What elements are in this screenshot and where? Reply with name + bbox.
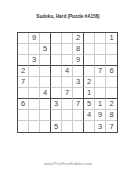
- cell-r5c5: [62, 77, 73, 88]
- cell-r5c9: [106, 77, 117, 88]
- cell-r5c7: 2: [84, 77, 95, 88]
- footer-url: www.PrintFreeSudoku.com: [0, 161, 136, 166]
- cell-r8c4: [51, 110, 62, 121]
- cell-r8c1: [18, 110, 29, 121]
- cell-r1c4: [51, 33, 62, 44]
- cell-r7c7: 5: [84, 99, 95, 110]
- cell-r9c6: [73, 121, 84, 132]
- cell-r6c7: 1: [84, 88, 95, 99]
- cell-r6c2: [29, 88, 40, 99]
- cell-r1c9: 1: [106, 33, 117, 44]
- cell-r5c3: [40, 77, 51, 88]
- cell-r1c5: [62, 33, 73, 44]
- cell-r2c3: 5: [40, 44, 51, 55]
- cell-r7c3: [40, 99, 51, 110]
- cell-r8c2: [29, 110, 40, 121]
- cell-r4c4: [51, 66, 62, 77]
- cell-r9c4: 5: [51, 121, 62, 132]
- cell-r4c3: [40, 66, 51, 77]
- cell-r4c1: 2: [18, 66, 29, 77]
- cell-r7c2: [29, 99, 40, 110]
- cell-r6c3: 4: [40, 88, 51, 99]
- cell-r9c7: [84, 121, 95, 132]
- cell-r3c1: [18, 55, 29, 66]
- cell-r2c7: [84, 44, 95, 55]
- cell-r7c6: 7: [73, 99, 84, 110]
- cell-r4c2: [29, 66, 40, 77]
- cell-r3c8: [95, 55, 106, 66]
- cell-r7c8: 1: [95, 99, 106, 110]
- cell-r5c2: [29, 77, 40, 88]
- cell-r8c9: 8: [106, 110, 117, 121]
- cell-r8c6: [73, 110, 84, 121]
- cell-r6c4: [51, 88, 62, 99]
- cell-r8c8: 9: [95, 110, 106, 121]
- cell-r9c9: 7: [106, 121, 117, 132]
- cell-r9c2: [29, 121, 40, 132]
- cell-r4c7: [84, 66, 95, 77]
- cell-r1c3: [40, 33, 51, 44]
- cell-r9c5: [62, 121, 73, 132]
- cell-r5c4: [51, 77, 62, 88]
- cell-r9c3: [40, 121, 51, 132]
- cell-r7c5: [62, 99, 73, 110]
- cell-r2c2: [29, 44, 40, 55]
- cell-r6c9: [106, 88, 117, 99]
- cell-r8c3: [40, 110, 51, 121]
- puzzle-title: Sudoku, Hard (Puzzle #A158): [0, 14, 136, 19]
- cell-r6c8: [95, 88, 106, 99]
- cell-r3c5: [62, 55, 73, 66]
- cell-r4c5: 4: [62, 66, 73, 77]
- cell-r9c8: 3: [95, 121, 106, 132]
- cell-r2c8: [95, 44, 106, 55]
- cell-r5c6: 3: [73, 77, 84, 88]
- cell-r4c8: 7: [95, 66, 106, 77]
- cell-r3c7: [84, 55, 95, 66]
- cell-r3c9: [106, 55, 117, 66]
- cell-r2c5: [62, 44, 73, 55]
- cell-r5c8: [95, 77, 106, 88]
- cell-r6c1: [18, 88, 29, 99]
- cell-r3c6: 9: [73, 55, 84, 66]
- cell-r8c5: [62, 110, 73, 121]
- cell-r7c1: 6: [18, 99, 29, 110]
- cell-r4c9: 6: [106, 66, 117, 77]
- cell-r9c1: [18, 121, 29, 132]
- sudoku-page: { "game": "sudoku", "position": ".9...2.…: [0, 0, 136, 176]
- cell-r2c4: [51, 44, 62, 55]
- cell-r3c4: [51, 55, 62, 66]
- cell-r1c8: [95, 33, 106, 44]
- cell-r2c6: 8: [73, 44, 84, 55]
- cell-r3c3: [40, 55, 51, 66]
- cell-r1c6: 2: [73, 33, 84, 44]
- cell-r6c6: [73, 88, 84, 99]
- cell-r7c9: 2: [106, 99, 117, 110]
- cell-r2c1: [18, 44, 29, 55]
- cell-r6c5: 7: [62, 88, 73, 99]
- cell-r3c2: 3: [29, 55, 40, 66]
- sudoku-board: 92158392476732471637512498537: [17, 32, 118, 133]
- cell-r2c9: [106, 44, 117, 55]
- cell-r4c6: [73, 66, 84, 77]
- cell-r5c1: 7: [18, 77, 29, 88]
- cell-r7c4: 3: [51, 99, 62, 110]
- cell-r1c2: 9: [29, 33, 40, 44]
- cell-r1c7: [84, 33, 95, 44]
- cell-r8c7: 4: [84, 110, 95, 121]
- cell-r1c1: [18, 33, 29, 44]
